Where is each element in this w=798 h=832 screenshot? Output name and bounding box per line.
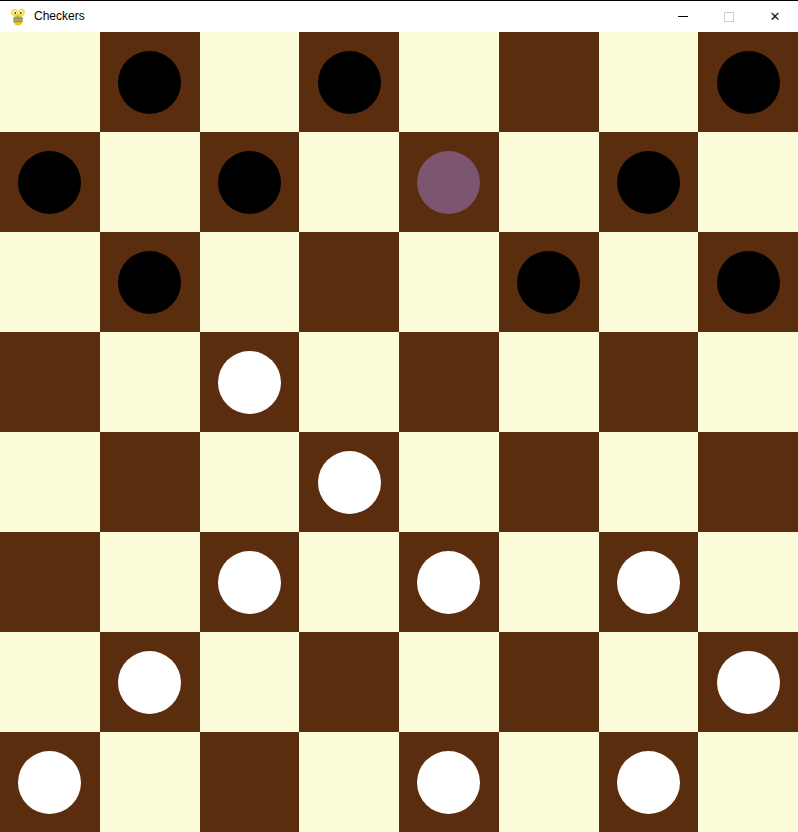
white-piece[interactable] xyxy=(417,551,480,614)
square-r5c7[interactable] xyxy=(698,532,798,632)
square-r2c7[interactable] xyxy=(698,232,798,332)
square-r0c3[interactable] xyxy=(299,32,399,132)
square-r7c1[interactable] xyxy=(100,732,200,832)
square-r2c1[interactable] xyxy=(100,232,200,332)
black-piece[interactable] xyxy=(318,51,381,114)
square-r0c2[interactable] xyxy=(200,32,300,132)
square-r0c0[interactable] xyxy=(0,32,100,132)
square-r0c7[interactable] xyxy=(698,32,798,132)
square-r0c4[interactable] xyxy=(399,32,499,132)
title-bar: Checkers ✕ xyxy=(0,1,798,32)
square-r1c0[interactable] xyxy=(0,132,100,232)
square-r2c0[interactable] xyxy=(0,232,100,332)
square-r3c2[interactable] xyxy=(200,332,300,432)
white-piece[interactable] xyxy=(218,551,281,614)
white-piece[interactable] xyxy=(18,751,81,814)
square-r4c0[interactable] xyxy=(0,432,100,532)
title-bar-left: Checkers xyxy=(0,1,660,32)
square-r1c2[interactable] xyxy=(200,132,300,232)
white-piece[interactable] xyxy=(417,751,480,814)
square-r5c3[interactable] xyxy=(299,532,399,632)
square-r4c6[interactable] xyxy=(599,432,699,532)
square-r0c6[interactable] xyxy=(599,32,699,132)
checkers-board xyxy=(0,32,798,832)
square-r6c3[interactable] xyxy=(299,632,399,732)
square-r1c5[interactable] xyxy=(499,132,599,232)
square-r2c5[interactable] xyxy=(499,232,599,332)
square-r1c6[interactable] xyxy=(599,132,699,232)
square-r7c6[interactable] xyxy=(599,732,699,832)
square-r1c3[interactable] xyxy=(299,132,399,232)
square-r4c2[interactable] xyxy=(200,432,300,532)
minimize-button[interactable] xyxy=(660,1,706,32)
square-r1c4[interactable] xyxy=(399,132,499,232)
square-r1c1[interactable] xyxy=(100,132,200,232)
black-piece[interactable] xyxy=(517,251,580,314)
window-controls: ✕ xyxy=(660,1,798,32)
square-r5c2[interactable] xyxy=(200,532,300,632)
black-piece[interactable] xyxy=(717,251,780,314)
black-piece[interactable] xyxy=(617,151,680,214)
square-r7c3[interactable] xyxy=(299,732,399,832)
close-button[interactable]: ✕ xyxy=(752,1,798,32)
square-r3c7[interactable] xyxy=(698,332,798,432)
square-r1c7[interactable] xyxy=(698,132,798,232)
square-r3c5[interactable] xyxy=(499,332,599,432)
square-r7c4[interactable] xyxy=(399,732,499,832)
white-piece[interactable] xyxy=(118,651,181,714)
square-r6c0[interactable] xyxy=(0,632,100,732)
square-r2c2[interactable] xyxy=(200,232,300,332)
square-r3c3[interactable] xyxy=(299,332,399,432)
square-r7c7[interactable] xyxy=(698,732,798,832)
checkers-window: Checkers ✕ xyxy=(0,0,798,832)
maximize-icon xyxy=(724,12,734,22)
square-r5c6[interactable] xyxy=(599,532,699,632)
square-r5c1[interactable] xyxy=(100,532,200,632)
white-piece[interactable] xyxy=(318,451,381,514)
square-r3c4[interactable] xyxy=(399,332,499,432)
square-r5c0[interactable] xyxy=(0,532,100,632)
square-r7c0[interactable] xyxy=(0,732,100,832)
square-r4c5[interactable] xyxy=(499,432,599,532)
square-r7c2[interactable] xyxy=(200,732,300,832)
white-piece[interactable] xyxy=(617,751,680,814)
square-r4c4[interactable] xyxy=(399,432,499,532)
square-r6c5[interactable] xyxy=(499,632,599,732)
minimize-icon xyxy=(678,16,688,17)
square-r6c6[interactable] xyxy=(599,632,699,732)
close-icon: ✕ xyxy=(770,10,781,23)
black-piece[interactable] xyxy=(118,51,181,114)
square-r6c7[interactable] xyxy=(698,632,798,732)
maximize-button[interactable] xyxy=(706,1,752,32)
black-piece[interactable] xyxy=(18,151,81,214)
square-r3c0[interactable] xyxy=(0,332,100,432)
square-r7c5[interactable] xyxy=(499,732,599,832)
square-r6c4[interactable] xyxy=(399,632,499,732)
square-r4c7[interactable] xyxy=(698,432,798,532)
black-piece[interactable] xyxy=(218,151,281,214)
black-piece[interactable] xyxy=(118,251,181,314)
square-r2c3[interactable] xyxy=(299,232,399,332)
white-piece[interactable] xyxy=(218,351,281,414)
square-r5c4[interactable] xyxy=(399,532,499,632)
square-r4c1[interactable] xyxy=(100,432,200,532)
square-r5c5[interactable] xyxy=(499,532,599,632)
square-r0c1[interactable] xyxy=(100,32,200,132)
white-piece[interactable] xyxy=(717,651,780,714)
square-r0c5[interactable] xyxy=(499,32,599,132)
app-icon xyxy=(9,8,27,26)
window-title: Checkers xyxy=(34,1,85,32)
square-r2c4[interactable] xyxy=(399,232,499,332)
selected-piece[interactable] xyxy=(417,151,480,214)
square-r3c1[interactable] xyxy=(100,332,200,432)
square-r6c1[interactable] xyxy=(100,632,200,732)
white-piece[interactable] xyxy=(617,551,680,614)
square-r2c6[interactable] xyxy=(599,232,699,332)
black-piece[interactable] xyxy=(717,51,780,114)
square-r4c3[interactable] xyxy=(299,432,399,532)
square-r6c2[interactable] xyxy=(200,632,300,732)
square-r3c6[interactable] xyxy=(599,332,699,432)
